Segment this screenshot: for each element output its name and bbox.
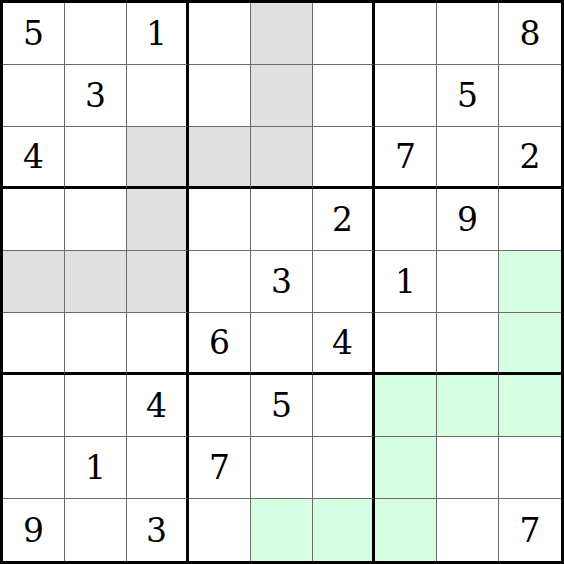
- cell-r3c9[interactable]: 2: [499, 127, 561, 189]
- cell-r9c1[interactable]: 9: [3, 499, 65, 561]
- cell-r7c2[interactable]: [65, 375, 127, 437]
- cell-r4c5[interactable]: [251, 189, 313, 251]
- cell-r6c8[interactable]: [437, 313, 499, 375]
- cell-r1c6[interactable]: [313, 3, 375, 65]
- cell-r4c9[interactable]: [499, 189, 561, 251]
- cell-r2c2[interactable]: 3: [65, 65, 127, 127]
- cell-r8c1[interactable]: [3, 437, 65, 499]
- cell-r2c7[interactable]: [375, 65, 437, 127]
- cell-r5c5[interactable]: 3: [251, 251, 313, 313]
- cell-r6c1[interactable]: [3, 313, 65, 375]
- cell-r3c7[interactable]: 7: [375, 127, 437, 189]
- cell-r3c8[interactable]: [437, 127, 499, 189]
- cell-r9c7[interactable]: [375, 499, 437, 561]
- cell-r3c4[interactable]: [189, 127, 251, 189]
- cell-r2c9[interactable]: [499, 65, 561, 127]
- cell-r7c7[interactable]: [375, 375, 437, 437]
- cell-r3c3[interactable]: [127, 127, 189, 189]
- cell-r5c6[interactable]: [313, 251, 375, 313]
- cell-r7c8[interactable]: [437, 375, 499, 437]
- cell-r8c5[interactable]: [251, 437, 313, 499]
- cell-r2c8[interactable]: 5: [437, 65, 499, 127]
- cell-r7c3[interactable]: 4: [127, 375, 189, 437]
- cell-r6c9[interactable]: [499, 313, 561, 375]
- cell-r1c9[interactable]: 8: [499, 3, 561, 65]
- cell-r8c9[interactable]: [499, 437, 561, 499]
- cell-r7c1[interactable]: [3, 375, 65, 437]
- cell-r7c5[interactable]: 5: [251, 375, 313, 437]
- sudoku-board: 518354722931644517937: [0, 0, 564, 564]
- cell-r4c2[interactable]: [65, 189, 127, 251]
- cell-r8c4[interactable]: 7: [189, 437, 251, 499]
- cell-r5c1[interactable]: [3, 251, 65, 313]
- cell-r3c5[interactable]: [251, 127, 313, 189]
- cell-r1c8[interactable]: [437, 3, 499, 65]
- cell-r2c6[interactable]: [313, 65, 375, 127]
- cell-r5c3[interactable]: [127, 251, 189, 313]
- cell-r1c2[interactable]: [65, 3, 127, 65]
- cell-r8c6[interactable]: [313, 437, 375, 499]
- cell-r5c8[interactable]: [437, 251, 499, 313]
- cell-r8c7[interactable]: [375, 437, 437, 499]
- cell-r9c3[interactable]: 3: [127, 499, 189, 561]
- cell-r6c7[interactable]: [375, 313, 437, 375]
- cell-r9c6[interactable]: [313, 499, 375, 561]
- cell-r6c2[interactable]: [65, 313, 127, 375]
- cell-r1c7[interactable]: [375, 3, 437, 65]
- cell-r6c5[interactable]: [251, 313, 313, 375]
- cell-r2c1[interactable]: [3, 65, 65, 127]
- cell-r5c9[interactable]: [499, 251, 561, 313]
- cell-r8c3[interactable]: [127, 437, 189, 499]
- cell-r4c8[interactable]: 9: [437, 189, 499, 251]
- cell-r9c5[interactable]: [251, 499, 313, 561]
- cell-r8c8[interactable]: [437, 437, 499, 499]
- cell-r1c1[interactable]: 5: [3, 3, 65, 65]
- cell-r4c1[interactable]: [3, 189, 65, 251]
- cell-r5c2[interactable]: [65, 251, 127, 313]
- cell-r2c3[interactable]: [127, 65, 189, 127]
- cell-r1c5[interactable]: [251, 3, 313, 65]
- cell-r7c4[interactable]: [189, 375, 251, 437]
- cell-r9c9[interactable]: 7: [499, 499, 561, 561]
- cell-r2c5[interactable]: [251, 65, 313, 127]
- cell-r5c7[interactable]: 1: [375, 251, 437, 313]
- cell-r6c3[interactable]: [127, 313, 189, 375]
- cell-r3c6[interactable]: [313, 127, 375, 189]
- cell-r5c4[interactable]: [189, 251, 251, 313]
- cell-r9c2[interactable]: [65, 499, 127, 561]
- cell-r6c4[interactable]: 6: [189, 313, 251, 375]
- cell-r4c4[interactable]: [189, 189, 251, 251]
- cell-r1c3[interactable]: 1: [127, 3, 189, 65]
- cell-r9c8[interactable]: [437, 499, 499, 561]
- cell-r3c1[interactable]: 4: [3, 127, 65, 189]
- cell-r7c6[interactable]: [313, 375, 375, 437]
- cell-r4c3[interactable]: [127, 189, 189, 251]
- cell-r2c4[interactable]: [189, 65, 251, 127]
- cell-r6c6[interactable]: 4: [313, 313, 375, 375]
- cell-r7c9[interactable]: [499, 375, 561, 437]
- cell-r3c2[interactable]: [65, 127, 127, 189]
- cell-r8c2[interactable]: 1: [65, 437, 127, 499]
- cell-r4c6[interactable]: 2: [313, 189, 375, 251]
- cell-r4c7[interactable]: [375, 189, 437, 251]
- cell-r9c4[interactable]: [189, 499, 251, 561]
- cell-r1c4[interactable]: [189, 3, 251, 65]
